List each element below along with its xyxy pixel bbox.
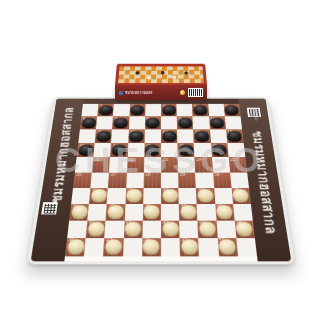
board-square: 33 <box>161 188 179 204</box>
board-square: 20 <box>211 143 229 157</box>
white-piece <box>125 222 142 234</box>
board-square: 40 <box>215 204 235 221</box>
box-brand-icon <box>119 91 123 95</box>
black-piece <box>179 144 194 154</box>
white-piece <box>219 240 237 253</box>
board-square <box>107 188 126 204</box>
white-piece <box>216 205 233 217</box>
board-square: 45 <box>234 220 254 238</box>
board-square <box>161 143 178 157</box>
white-piece <box>162 222 178 234</box>
board-square <box>212 157 230 172</box>
board-square <box>88 204 108 221</box>
board-square <box>75 157 94 172</box>
board-square: 46 <box>65 238 86 256</box>
product-box: ชมรมหมากฮอสสากล <box>115 62 207 101</box>
square-number: 27 <box>111 173 117 177</box>
board-square <box>177 130 194 144</box>
draughts-board: ชมรมหมากฮอสสากล CHESSGO 1234567891011121… <box>27 97 295 265</box>
box-front-text: ชมรมหมากฮอสสากล <box>125 89 152 95</box>
black-piece <box>210 118 225 127</box>
board-square: 6 <box>80 116 97 129</box>
board-square <box>113 104 130 117</box>
square-number: 28 <box>145 173 151 177</box>
board-square <box>142 220 161 238</box>
board-square: 5 <box>223 104 240 117</box>
square-number: 29 <box>180 173 186 177</box>
board-square: 30 <box>213 172 232 187</box>
board-square: 10 <box>209 116 226 129</box>
board-square: 48 <box>142 238 161 256</box>
white-piece <box>197 189 213 200</box>
black-piece <box>130 105 144 114</box>
square-number: 22 <box>129 158 135 162</box>
black-piece <box>162 131 176 141</box>
board-square: 26 <box>73 172 92 187</box>
board-square: 44 <box>198 220 218 238</box>
board-square <box>230 172 249 187</box>
white-piece <box>105 240 122 253</box>
black-piece <box>195 131 210 141</box>
black-piece <box>145 144 160 154</box>
board-square <box>225 116 242 129</box>
board-square: 12 <box>128 130 145 144</box>
board-square: 13 <box>161 130 178 144</box>
board-square: 28 <box>143 172 161 187</box>
board-square <box>126 172 144 187</box>
board-square: 38 <box>143 204 161 221</box>
board-square: 23 <box>161 157 178 172</box>
square-number: 25 <box>230 158 236 162</box>
board-square: 19 <box>178 143 195 157</box>
box-medal-icon <box>180 90 185 95</box>
box-front: ชมรมหมากฮอสสากล <box>115 85 207 100</box>
black-piece <box>114 118 129 127</box>
black-piece <box>78 144 94 154</box>
board-square: 43 <box>161 220 180 238</box>
white-piece <box>180 205 196 217</box>
black-piece <box>99 105 113 114</box>
board-square <box>81 104 98 117</box>
white-piece <box>199 222 216 234</box>
board-square: 27 <box>108 172 126 187</box>
board-square <box>214 188 233 204</box>
board-square <box>109 157 127 172</box>
square-number: 24 <box>196 158 202 162</box>
square-number: 30 <box>214 173 220 177</box>
board-square <box>210 130 228 144</box>
white-piece <box>126 189 142 200</box>
white-piece <box>181 240 198 253</box>
qr-code-left <box>41 202 57 214</box>
board-square <box>145 104 161 117</box>
board-square <box>161 204 179 221</box>
board-square <box>236 238 257 256</box>
board-square <box>84 238 105 256</box>
black-piece <box>212 144 227 154</box>
white-piece <box>143 240 160 253</box>
board-square: 22 <box>127 157 145 172</box>
board-square: 4 <box>192 104 209 117</box>
board-square <box>208 104 225 117</box>
board-square <box>124 204 143 221</box>
board-square: 49 <box>180 238 200 256</box>
board-square <box>91 172 110 187</box>
board-square <box>161 116 177 129</box>
board-square: 36 <box>69 204 89 221</box>
square-number: 26 <box>76 173 82 177</box>
board-square: 25 <box>229 157 248 172</box>
white-piece <box>71 205 88 217</box>
product-photo: ชมรมหมากฮอสสากล ชมรมหมากฮอสสากล CHESSGO … <box>0 0 320 320</box>
board-square: 32 <box>125 188 143 204</box>
white-piece <box>162 189 178 200</box>
board-square: 9 <box>177 116 194 129</box>
board-square: 50 <box>217 238 238 256</box>
board-square <box>123 238 143 256</box>
board-square <box>127 143 144 157</box>
black-piece <box>227 131 242 141</box>
board-square: 21 <box>92 157 110 172</box>
board-square: 8 <box>145 116 161 129</box>
board-square <box>178 157 196 172</box>
board-square <box>78 130 96 144</box>
board-square <box>105 220 125 238</box>
board-square: 11 <box>95 130 113 144</box>
board-square <box>177 104 193 117</box>
board-square: 16 <box>77 143 95 157</box>
board-square <box>197 204 216 221</box>
black-piece <box>178 118 192 127</box>
board-square: 41 <box>86 220 106 238</box>
board-square: 39 <box>179 204 198 221</box>
board-square <box>67 220 87 238</box>
box-barcode <box>188 88 203 97</box>
board-square <box>216 220 236 238</box>
white-piece <box>107 205 124 217</box>
board-square: 3 <box>161 104 177 117</box>
board-square: 17 <box>110 143 128 157</box>
board-square <box>111 130 128 144</box>
board-square: 2 <box>129 104 145 117</box>
board-square: 34 <box>196 188 215 204</box>
board-square: 18 <box>144 143 161 157</box>
black-piece <box>129 131 144 141</box>
board-square: 1 <box>97 104 114 117</box>
board-square <box>179 220 198 238</box>
black-piece <box>112 144 127 154</box>
board-square <box>93 143 111 157</box>
board-square <box>129 116 146 129</box>
white-piece <box>91 189 107 200</box>
square-number: 23 <box>162 158 167 162</box>
board-square <box>71 188 90 204</box>
board-square: 35 <box>231 188 250 204</box>
black-piece <box>81 118 96 127</box>
board-square <box>194 143 212 157</box>
black-piece <box>146 118 160 127</box>
board-square: 15 <box>226 130 244 144</box>
board-square: 31 <box>89 188 108 204</box>
white-piece <box>67 240 85 253</box>
board-square: 29 <box>178 172 196 187</box>
black-piece <box>193 105 207 114</box>
white-piece <box>236 222 253 234</box>
board-square: 47 <box>103 238 123 256</box>
right-band-label: ชมรมหมากฮอสสากล <box>247 131 283 234</box>
board-square <box>144 157 161 172</box>
white-piece <box>144 205 160 217</box>
black-piece <box>96 131 111 141</box>
white-piece <box>87 222 104 234</box>
board-square <box>227 143 245 157</box>
board-square <box>195 172 213 187</box>
board-square: 42 <box>123 220 142 238</box>
black-piece <box>162 105 176 114</box>
board-square <box>144 130 161 144</box>
board-square <box>193 116 210 129</box>
board-square: 7 <box>112 116 129 129</box>
board-square <box>161 172 179 187</box>
board-square <box>161 238 180 256</box>
white-piece <box>233 189 250 200</box>
black-piece <box>225 105 240 114</box>
board-grid: 1234567891011121314151617181920212223242… <box>65 104 257 257</box>
board-square: 37 <box>106 204 125 221</box>
board-square <box>179 188 197 204</box>
board-square <box>143 188 161 204</box>
board-square <box>233 204 253 221</box>
board-square <box>96 116 113 129</box>
square-number: 21 <box>95 158 101 162</box>
board-square: 24 <box>195 157 213 172</box>
board-square: 14 <box>193 130 210 144</box>
box-lid-art <box>115 64 207 85</box>
board-square <box>199 238 219 256</box>
